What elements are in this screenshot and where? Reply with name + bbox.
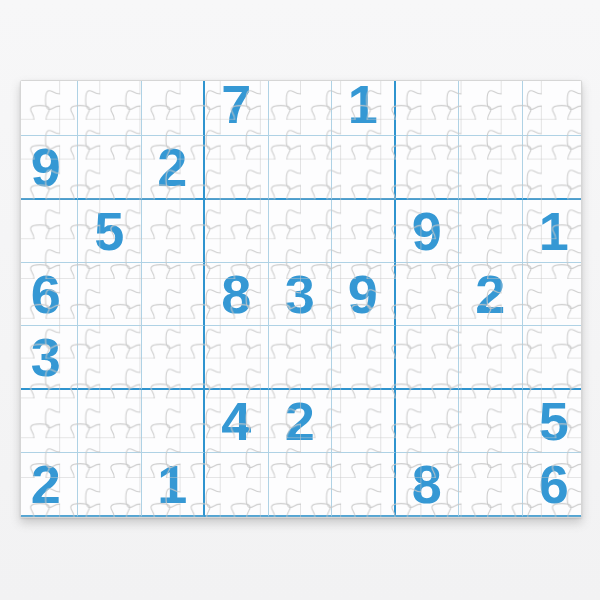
sudoku-cell xyxy=(20,200,78,263)
sudoku-cell xyxy=(205,200,269,263)
sudoku-cell xyxy=(20,80,78,136)
sudoku-cell xyxy=(523,326,583,390)
sudoku-cell xyxy=(78,80,142,136)
sudoku-cell xyxy=(396,263,460,326)
sudoku-given-cell: 2 xyxy=(20,453,78,517)
sudoku-cell xyxy=(269,326,333,390)
sudoku-cell xyxy=(332,453,396,517)
sudoku-cell xyxy=(269,517,333,518)
sudoku-cell xyxy=(269,136,333,200)
sudoku-cell xyxy=(269,453,333,517)
sudoku-given-cell: 6 xyxy=(20,263,78,326)
sudoku-given-cell: 7 xyxy=(205,80,269,136)
sudoku-given-cell: 5 xyxy=(523,390,583,453)
sudoku-cell xyxy=(20,517,78,518)
sudoku-cell xyxy=(459,453,523,517)
sudoku-cell xyxy=(332,200,396,263)
sudoku-cell xyxy=(523,136,583,200)
sudoku-cell xyxy=(142,80,206,136)
sudoku-cell xyxy=(396,136,460,200)
sudoku-cell xyxy=(78,517,142,518)
sudoku-given-cell: 2 xyxy=(459,263,523,326)
sudoku-cell xyxy=(269,200,333,263)
sudoku-given-cell: 9 xyxy=(332,263,396,326)
sudoku-cell xyxy=(205,517,269,518)
sudoku-cell xyxy=(142,326,206,390)
sudoku-cell xyxy=(396,326,460,390)
sudoku-cell xyxy=(78,263,142,326)
sudoku-cell xyxy=(332,517,396,518)
sudoku-cell xyxy=(20,390,78,453)
sudoku-cell xyxy=(142,390,206,453)
sudoku-cell xyxy=(78,136,142,200)
sudoku-cell xyxy=(332,136,396,200)
sudoku-given-cell: 8 xyxy=(205,263,269,326)
sudoku-given-cell: 9 xyxy=(20,136,78,200)
sudoku-given-cell: 6 xyxy=(523,453,583,517)
sudoku-cell xyxy=(142,517,206,518)
sudoku-cell xyxy=(205,136,269,200)
sudoku-cell xyxy=(459,200,523,263)
sudoku-grid: 71925916839234252186 xyxy=(20,80,582,518)
sudoku-given-cell: 3 xyxy=(269,263,333,326)
sudoku-given-cell: 8 xyxy=(396,453,460,517)
sudoku-cell xyxy=(459,517,523,518)
product-photo-background: 71925916839234252186 xyxy=(0,0,600,600)
sudoku-cell xyxy=(205,326,269,390)
sudoku-given-cell: 2 xyxy=(142,136,206,200)
sudoku-cell xyxy=(332,390,396,453)
sudoku-cell xyxy=(396,517,460,518)
sudoku-cell xyxy=(78,390,142,453)
sudoku-cell xyxy=(459,390,523,453)
sudoku-cell xyxy=(459,80,523,136)
jigsaw-puzzle-artwork: 71925916839234252186 xyxy=(20,80,582,518)
sudoku-given-cell: 9 xyxy=(396,200,460,263)
sudoku-cell xyxy=(396,390,460,453)
sudoku-given-cell: 4 xyxy=(205,390,269,453)
sudoku-given-cell: 5 xyxy=(78,200,142,263)
sudoku-cell xyxy=(269,80,333,136)
sudoku-cell xyxy=(205,453,269,517)
sudoku-cell xyxy=(332,326,396,390)
sudoku-cell xyxy=(78,326,142,390)
sudoku-given-cell: 2 xyxy=(269,390,333,453)
sudoku-cell xyxy=(523,263,583,326)
sudoku-given-cell: 1 xyxy=(142,453,206,517)
sudoku-cell xyxy=(523,80,583,136)
sudoku-given-cell: 1 xyxy=(523,200,583,263)
sudoku-given-cell: 1 xyxy=(332,80,396,136)
sudoku-cell xyxy=(78,453,142,517)
sudoku-cell xyxy=(396,80,460,136)
sudoku-given-cell: 3 xyxy=(20,326,78,390)
sudoku-cell xyxy=(142,263,206,326)
sudoku-cell xyxy=(459,136,523,200)
sudoku-cell xyxy=(142,200,206,263)
sudoku-cell xyxy=(459,326,523,390)
sudoku-cell xyxy=(523,517,583,518)
